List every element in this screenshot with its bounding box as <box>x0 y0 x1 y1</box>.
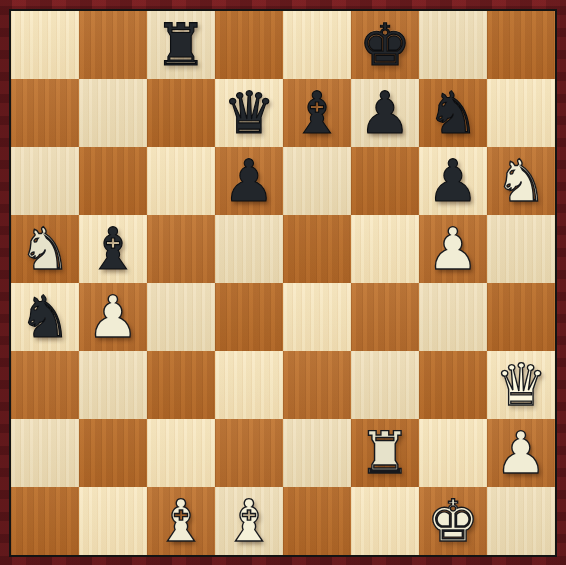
square-c3[interactable] <box>147 351 215 419</box>
square-f6[interactable] <box>351 147 419 215</box>
square-d5[interactable] <box>215 215 283 283</box>
square-a2[interactable] <box>11 419 79 487</box>
square-h4[interactable] <box>487 283 555 351</box>
square-b3[interactable] <box>79 351 147 419</box>
square-g7[interactable]: ♞︎ <box>419 79 487 147</box>
black-king-piece[interactable]: ♚︎ <box>359 11 411 79</box>
square-f3[interactable] <box>351 351 419 419</box>
square-c1[interactable]: ♝︎ <box>147 487 215 555</box>
white-pawn-piece[interactable]: ♟︎ <box>427 215 479 283</box>
square-f4[interactable] <box>351 283 419 351</box>
square-c4[interactable] <box>147 283 215 351</box>
black-pawn-piece[interactable]: ♟︎ <box>427 147 479 215</box>
square-h6[interactable]: ♞︎ <box>487 147 555 215</box>
square-e1[interactable] <box>283 487 351 555</box>
white-pawn-piece[interactable]: ♟︎ <box>495 419 547 487</box>
square-c8[interactable]: ♜︎ <box>147 11 215 79</box>
square-d8[interactable] <box>215 11 283 79</box>
square-h5[interactable] <box>487 215 555 283</box>
square-a1[interactable] <box>11 487 79 555</box>
square-b8[interactable] <box>79 11 147 79</box>
square-d4[interactable] <box>215 283 283 351</box>
white-bishop-piece[interactable]: ♝︎ <box>223 487 275 555</box>
white-knight-piece[interactable]: ♞︎ <box>495 147 547 215</box>
square-g4[interactable] <box>419 283 487 351</box>
square-d7[interactable]: ♛︎ <box>215 79 283 147</box>
square-a7[interactable] <box>11 79 79 147</box>
square-d1[interactable]: ♝︎ <box>215 487 283 555</box>
square-h8[interactable] <box>487 11 555 79</box>
square-g3[interactable] <box>419 351 487 419</box>
black-bishop-piece[interactable]: ♝︎ <box>291 79 343 147</box>
black-rook-piece[interactable]: ♜︎ <box>155 11 207 79</box>
square-f1[interactable] <box>351 487 419 555</box>
square-a5[interactable]: ♞︎ <box>11 215 79 283</box>
black-bishop-piece[interactable]: ♝︎ <box>87 215 139 283</box>
square-g2[interactable] <box>419 419 487 487</box>
square-h7[interactable] <box>487 79 555 147</box>
white-knight-piece[interactable]: ♞︎ <box>19 215 71 283</box>
square-b6[interactable] <box>79 147 147 215</box>
square-h2[interactable]: ♟︎ <box>487 419 555 487</box>
square-c2[interactable] <box>147 419 215 487</box>
white-king-piece[interactable]: ♚︎ <box>427 487 479 555</box>
chess-board[interactable]: ♜︎♚︎♛︎♝︎♟︎♞︎♟︎♟︎♞︎♞︎♝︎♟︎♞︎♟︎♛︎♜︎♟︎♝︎♝︎♚︎ <box>11 11 555 555</box>
square-e4[interactable] <box>283 283 351 351</box>
white-rook-piece[interactable]: ♜︎ <box>359 419 411 487</box>
square-h1[interactable] <box>487 487 555 555</box>
square-e8[interactable] <box>283 11 351 79</box>
square-f2[interactable]: ♜︎ <box>351 419 419 487</box>
square-e3[interactable] <box>283 351 351 419</box>
square-d2[interactable] <box>215 419 283 487</box>
square-g5[interactable]: ♟︎ <box>419 215 487 283</box>
square-h3[interactable]: ♛︎ <box>487 351 555 419</box>
square-f7[interactable]: ♟︎ <box>351 79 419 147</box>
square-g1[interactable]: ♚︎ <box>419 487 487 555</box>
square-e2[interactable] <box>283 419 351 487</box>
square-b4[interactable]: ♟︎ <box>79 283 147 351</box>
square-f8[interactable]: ♚︎ <box>351 11 419 79</box>
square-d6[interactable]: ♟︎ <box>215 147 283 215</box>
square-c6[interactable] <box>147 147 215 215</box>
white-pawn-piece[interactable]: ♟︎ <box>87 283 139 351</box>
black-knight-piece[interactable]: ♞︎ <box>19 283 71 351</box>
black-pawn-piece[interactable]: ♟︎ <box>223 147 275 215</box>
square-c5[interactable] <box>147 215 215 283</box>
square-f5[interactable] <box>351 215 419 283</box>
square-b7[interactable] <box>79 79 147 147</box>
black-pawn-piece[interactable]: ♟︎ <box>359 79 411 147</box>
square-a6[interactable] <box>11 147 79 215</box>
square-a3[interactable] <box>11 351 79 419</box>
black-queen-piece[interactable]: ♛︎ <box>223 79 275 147</box>
square-e7[interactable]: ♝︎ <box>283 79 351 147</box>
white-bishop-piece[interactable]: ♝︎ <box>155 487 207 555</box>
square-a8[interactable] <box>11 11 79 79</box>
square-e6[interactable] <box>283 147 351 215</box>
square-d3[interactable] <box>215 351 283 419</box>
board-inner-frame: ♜︎♚︎♛︎♝︎♟︎♞︎♟︎♟︎♞︎♞︎♝︎♟︎♞︎♟︎♛︎♜︎♟︎♝︎♝︎♚︎ <box>9 9 557 557</box>
white-queen-piece[interactable]: ♛︎ <box>495 351 547 419</box>
square-b1[interactable] <box>79 487 147 555</box>
board-outer-frame: ♜︎♚︎♛︎♝︎♟︎♞︎♟︎♟︎♞︎♞︎♝︎♟︎♞︎♟︎♛︎♜︎♟︎♝︎♝︎♚︎ <box>0 0 566 565</box>
square-b5[interactable]: ♝︎ <box>79 215 147 283</box>
square-c7[interactable] <box>147 79 215 147</box>
square-g6[interactable]: ♟︎ <box>419 147 487 215</box>
square-g8[interactable] <box>419 11 487 79</box>
square-e5[interactable] <box>283 215 351 283</box>
square-a4[interactable]: ♞︎ <box>11 283 79 351</box>
black-knight-piece[interactable]: ♞︎ <box>427 79 479 147</box>
square-b2[interactable] <box>79 419 147 487</box>
